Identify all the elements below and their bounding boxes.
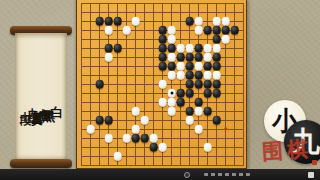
last-move-marker — [170, 92, 173, 95]
black-stone — [212, 62, 221, 71]
black-stone — [95, 80, 104, 89]
white-stone — [194, 125, 203, 134]
white-stone — [167, 71, 176, 80]
white-stone — [104, 134, 113, 143]
black-stone — [158, 44, 167, 53]
grid-line-h — [81, 111, 244, 112]
white-stone — [176, 44, 185, 53]
white-stone — [104, 26, 113, 35]
go-board[interactable] — [76, 0, 247, 169]
black-stone — [203, 89, 212, 98]
black-stone — [212, 80, 221, 89]
black-stone — [230, 26, 239, 35]
black-stone — [194, 71, 203, 80]
black-stone — [140, 134, 149, 143]
black-stone — [194, 53, 203, 62]
black-stone — [158, 35, 167, 44]
black-player-rank: 七段 — [19, 103, 31, 107]
black-player-column: 黑 王星昊 七段 — [19, 39, 55, 159]
black-stone — [194, 80, 203, 89]
black-stone — [158, 53, 167, 62]
black-stone — [104, 44, 113, 53]
white-stone — [122, 26, 131, 35]
black-stone — [185, 62, 194, 71]
white-stone — [113, 152, 122, 161]
black-stone — [176, 98, 185, 107]
black-stone — [167, 62, 176, 71]
white-stone — [203, 71, 212, 80]
white-stone — [176, 62, 185, 71]
white-stone — [185, 116, 194, 125]
scroll-bottom-rod — [10, 159, 72, 168]
black-stone — [113, 44, 122, 53]
black-color-label: 黑 — [42, 100, 55, 102]
grid-line-h — [81, 165, 244, 166]
white-stone — [176, 71, 185, 80]
white-stone — [194, 62, 203, 71]
white-stone — [203, 53, 212, 62]
black-stone — [131, 134, 140, 143]
black-stone — [158, 26, 167, 35]
logo-seal-mark — [312, 160, 317, 165]
white-stone — [149, 134, 158, 143]
white-stone — [104, 53, 113, 62]
black-stone — [194, 44, 203, 53]
black-stone — [203, 107, 212, 116]
black-stone — [185, 71, 194, 80]
black-stone — [194, 98, 203, 107]
scroll-parchment: 白 卞相壹 九段 黑 王星昊 七段 — [15, 33, 67, 161]
black-stone — [185, 107, 194, 116]
black-stone — [212, 89, 221, 98]
progress-ticks — [204, 173, 250, 176]
white-stone — [167, 98, 176, 107]
white-stone — [203, 44, 212, 53]
white-stone — [167, 35, 176, 44]
black-stone — [203, 62, 212, 71]
white-stone — [212, 71, 221, 80]
white-stone — [212, 44, 221, 53]
video-control-bar[interactable] — [0, 169, 320, 180]
black-stone — [113, 17, 122, 26]
black-stone — [203, 26, 212, 35]
white-stone — [203, 143, 212, 152]
black-stone — [185, 80, 194, 89]
black-stone — [95, 17, 104, 26]
player-plaque-scroll: 白 卞相壹 九段 黑 王星昊 七段 — [10, 26, 72, 170]
black-stone — [212, 53, 221, 62]
black-stone — [104, 17, 113, 26]
black-stone — [149, 143, 158, 152]
grid-line-v — [180, 3, 181, 165]
white-stone — [185, 44, 194, 53]
white-stone — [167, 107, 176, 116]
white-stone — [167, 26, 176, 35]
white-stone — [158, 98, 167, 107]
white-stone — [221, 35, 230, 44]
black-stone — [212, 26, 221, 35]
black-stone — [176, 89, 185, 98]
grid-line-v — [243, 3, 244, 165]
white-stone — [212, 17, 221, 26]
black-stone — [203, 80, 212, 89]
black-stone — [185, 17, 194, 26]
white-stone — [194, 17, 203, 26]
app-logo: 小 九 围棋 — [262, 96, 320, 170]
white-stone — [131, 125, 140, 134]
white-stone — [131, 107, 140, 116]
red-point-marker — [224, 127, 227, 130]
black-stone — [185, 53, 194, 62]
white-stone — [158, 80, 167, 89]
black-stone — [176, 53, 185, 62]
black-stone — [221, 26, 230, 35]
white-stone — [221, 17, 230, 26]
record-icon[interactable] — [184, 172, 190, 178]
white-stone — [167, 53, 176, 62]
white-stone — [194, 107, 203, 116]
white-stone — [86, 125, 95, 134]
white-stone — [194, 26, 203, 35]
white-stone — [140, 116, 149, 125]
menu-icon[interactable] — [308, 172, 314, 178]
black-stone — [212, 116, 221, 125]
black-stone — [104, 116, 113, 125]
black-stone — [158, 62, 167, 71]
white-stone — [158, 143, 167, 152]
white-stone — [122, 134, 131, 143]
grid-line-h — [81, 129, 244, 130]
black-stone — [212, 35, 221, 44]
black-stone — [167, 44, 176, 53]
black-stone — [95, 116, 104, 125]
white-stone — [131, 17, 140, 26]
black-stone — [185, 89, 194, 98]
grid-line-h — [81, 156, 244, 157]
